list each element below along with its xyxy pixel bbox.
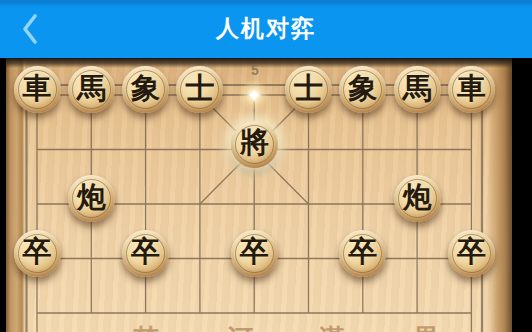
piece-glyph: 炮 (77, 178, 106, 218)
xiangqi-piece-車[interactable]: 車 (448, 66, 495, 113)
xiangqi-piece-馬[interactable]: 馬 (68, 66, 115, 113)
piece-glyph: 炮 (403, 178, 432, 218)
header: 人机对弈 (0, 0, 532, 58)
xiangqi-piece-炮[interactable]: 炮 (394, 175, 441, 222)
piece-glyph: 卒 (457, 232, 486, 272)
piece-layer: 車馬象士士象馬車將炮炮卒卒卒卒卒✦ (0, 58, 532, 332)
xiangqi-piece-卒[interactable]: 卒 (339, 230, 386, 277)
xiangqi-piece-將[interactable]: 將 (231, 121, 278, 168)
piece-glyph: 象 (131, 69, 160, 109)
xiangqi-piece-炮[interactable]: 炮 (68, 175, 115, 222)
last-move-origin-marker: ✦ (237, 78, 271, 112)
sparkle-icon: ✦ (246, 84, 262, 107)
xiangqi-piece-象[interactable]: 象 (122, 66, 169, 113)
piece-glyph: 馬 (77, 69, 106, 109)
piece-glyph: 象 (348, 69, 377, 109)
xiangqi-piece-卒[interactable]: 卒 (231, 230, 278, 277)
xiangqi-piece-馬[interactable]: 馬 (394, 66, 441, 113)
app-screen: 人机对弈 (0, 0, 532, 332)
piece-glyph: 卒 (348, 232, 377, 272)
board-area: 5 楚 河 漢 界 車馬象士士象馬車將炮炮卒卒卒卒卒✦ (0, 58, 532, 332)
piece-glyph: 將 (240, 123, 269, 163)
page-title: 人机对弈 (0, 0, 532, 58)
xiangqi-piece-卒[interactable]: 卒 (14, 230, 61, 277)
piece-glyph: 士 (185, 69, 214, 109)
piece-glyph: 車 (23, 69, 52, 109)
xiangqi-piece-車[interactable]: 車 (14, 66, 61, 113)
piece-glyph: 卒 (240, 232, 269, 272)
xiangqi-piece-士[interactable]: 士 (285, 66, 332, 113)
xiangqi-piece-卒[interactable]: 卒 (122, 230, 169, 277)
xiangqi-piece-象[interactable]: 象 (339, 66, 386, 113)
piece-glyph: 卒 (23, 232, 52, 272)
piece-glyph: 馬 (403, 69, 432, 109)
xiangqi-piece-卒[interactable]: 卒 (448, 230, 495, 277)
piece-glyph: 卒 (131, 232, 160, 272)
piece-glyph: 車 (457, 69, 486, 109)
xiangqi-piece-士[interactable]: 士 (176, 66, 223, 113)
piece-glyph: 士 (294, 69, 323, 109)
